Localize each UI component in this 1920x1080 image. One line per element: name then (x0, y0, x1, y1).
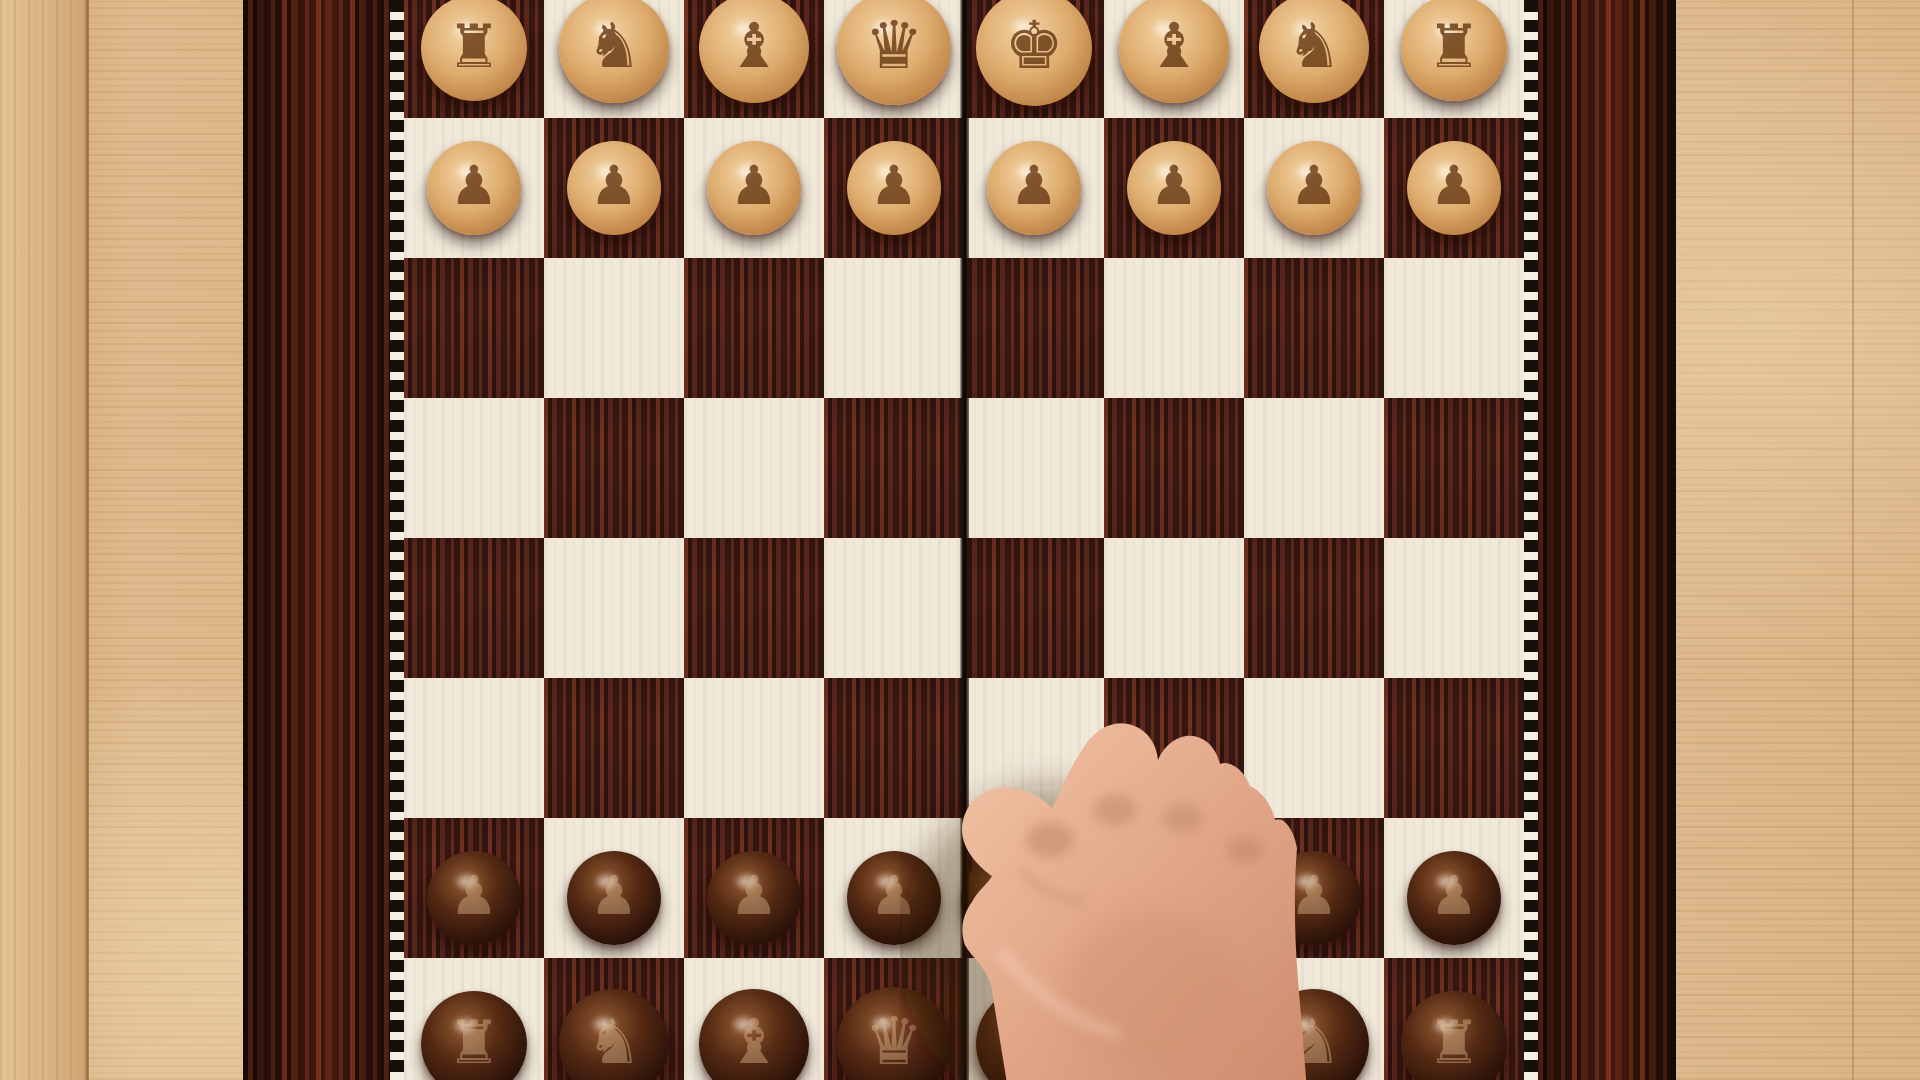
piece-black-pawn-a7[interactable]: ♟ (427, 851, 521, 945)
piece-white-bishop-c1[interactable]: ♝ (699, 0, 809, 103)
square-c4[interactable] (684, 398, 824, 538)
square-a4[interactable] (404, 398, 544, 538)
rook-glyph: ♜ (447, 1012, 501, 1072)
square-c1[interactable]: ♝ (684, 0, 824, 118)
piece-black-rook-h8[interactable]: ♜ (1401, 991, 1507, 1080)
square-a8[interactable]: ♜ (404, 958, 544, 1080)
square-h1[interactable]: ♜ (1384, 0, 1524, 118)
piece-white-king-e1[interactable]: ♚ (976, 0, 1092, 106)
square-g3[interactable] (1244, 258, 1384, 398)
square-h5[interactable] (1384, 538, 1524, 678)
piece-black-pawn-h7[interactable]: ♟ (1407, 851, 1501, 945)
piece-black-rook-a8[interactable]: ♜ (421, 991, 527, 1080)
square-b7[interactable]: ♟ (544, 818, 684, 958)
square-g5[interactable] (1244, 538, 1384, 678)
square-d1[interactable]: ♛ (824, 0, 964, 118)
piece-black-pawn-c7[interactable]: ♟ (707, 851, 801, 945)
square-d2[interactable]: ♟ (824, 118, 964, 258)
square-c7[interactable]: ♟ (684, 818, 824, 958)
piece-white-pawn-h2[interactable]: ♟ (1407, 141, 1501, 235)
piece-white-knight-g1[interactable]: ♞ (1259, 0, 1369, 103)
queen-glyph: ♛ (864, 13, 923, 79)
square-f5[interactable] (1104, 538, 1244, 678)
king-glyph: ♚ (1004, 13, 1063, 79)
piece-white-pawn-c2[interactable]: ♟ (707, 141, 801, 235)
square-h8[interactable]: ♜ (1384, 958, 1524, 1080)
square-h3[interactable] (1384, 258, 1524, 398)
piece-white-pawn-e2[interactable]: ♟ (987, 141, 1081, 235)
pawn-glyph: ♟ (590, 869, 638, 923)
pawn-glyph: ♟ (450, 159, 498, 213)
pawn-glyph: ♟ (730, 159, 778, 213)
square-g1[interactable]: ♞ (1244, 0, 1384, 118)
piece-black-bishop-c8[interactable]: ♝ (699, 989, 809, 1080)
knight-glyph: ♞ (1286, 15, 1342, 77)
square-b3[interactable] (544, 258, 684, 398)
piece-white-queen-d1[interactable]: ♛ (837, 0, 951, 105)
square-h4[interactable] (1384, 398, 1524, 538)
table-plank-seam (86, 0, 89, 1080)
square-g2[interactable]: ♟ (1244, 118, 1384, 258)
square-e3[interactable] (964, 258, 1104, 398)
piece-white-bishop-f1[interactable]: ♝ (1119, 0, 1229, 103)
rook-glyph: ♜ (1427, 1012, 1481, 1072)
pawn-glyph: ♟ (1430, 159, 1478, 213)
pawn-glyph: ♟ (1150, 159, 1198, 213)
board-border-left (248, 0, 390, 1080)
photo-chess-scene: { "game": "chess", "scene": { "descripti… (0, 0, 1920, 1080)
piece-white-pawn-b2[interactable]: ♟ (567, 141, 661, 235)
square-a6[interactable] (404, 678, 544, 818)
piece-white-rook-a1[interactable]: ♜ (421, 0, 527, 101)
square-a1[interactable]: ♜ (404, 0, 544, 118)
square-b4[interactable] (544, 398, 684, 538)
piece-white-pawn-a2[interactable]: ♟ (427, 141, 521, 235)
piece-black-knight-b8[interactable]: ♞ (559, 989, 669, 1080)
rook-glyph: ♜ (1427, 16, 1481, 76)
dashed-inlay-right (1524, 0, 1538, 1080)
square-e5[interactable] (964, 538, 1104, 678)
pawn-glyph: ♟ (730, 869, 778, 923)
bishop-glyph: ♝ (726, 15, 782, 77)
pawn-glyph: ♟ (1430, 869, 1478, 923)
square-f2[interactable]: ♟ (1104, 118, 1244, 258)
pawn-glyph: ♟ (1290, 159, 1338, 213)
board-right-edge (1670, 0, 1676, 1080)
dashed-inlay-left (390, 0, 404, 1080)
table-plank-left (0, 0, 88, 1080)
bishop-glyph: ♝ (1146, 15, 1202, 77)
square-b1[interactable]: ♞ (544, 0, 684, 118)
square-b6[interactable] (544, 678, 684, 818)
square-f3[interactable] (1104, 258, 1244, 398)
square-h7[interactable]: ♟ (1384, 818, 1524, 958)
square-d4[interactable] (824, 398, 964, 538)
pawn-glyph: ♟ (590, 159, 638, 213)
square-f4[interactable] (1104, 398, 1244, 538)
piece-white-pawn-f2[interactable]: ♟ (1127, 141, 1221, 235)
bishop-glyph: ♝ (726, 1011, 782, 1073)
square-b8[interactable]: ♞ (544, 958, 684, 1080)
square-f1[interactable]: ♝ (1104, 0, 1244, 118)
square-b2[interactable]: ♟ (544, 118, 684, 258)
piece-white-pawn-d2[interactable]: ♟ (847, 141, 941, 235)
square-a3[interactable] (404, 258, 544, 398)
board-border-right (1538, 0, 1670, 1080)
square-a5[interactable] (404, 538, 544, 678)
square-c6[interactable] (684, 678, 824, 818)
square-g4[interactable] (1244, 398, 1384, 538)
rook-glyph: ♜ (447, 16, 501, 76)
square-c2[interactable]: ♟ (684, 118, 824, 258)
knight-glyph: ♞ (586, 1011, 642, 1073)
piece-white-rook-h1[interactable]: ♜ (1401, 0, 1507, 101)
square-d3[interactable] (824, 258, 964, 398)
square-e4[interactable] (964, 398, 1104, 538)
knight-glyph: ♞ (586, 15, 642, 77)
piece-white-knight-b1[interactable]: ♞ (559, 0, 669, 103)
pawn-glyph: ♟ (1010, 159, 1058, 213)
table-plank-seam (1852, 0, 1854, 1080)
piece-white-pawn-g2[interactable]: ♟ (1267, 141, 1361, 235)
square-e2[interactable]: ♟ (964, 118, 1104, 258)
square-e1[interactable]: ♚ (964, 0, 1104, 118)
square-b5[interactable] (544, 538, 684, 678)
square-c8[interactable]: ♝ (684, 958, 824, 1080)
pawn-glyph: ♟ (450, 869, 498, 923)
square-a2[interactable]: ♟ (404, 118, 544, 258)
square-a7[interactable]: ♟ (404, 818, 544, 958)
pawn-glyph: ♟ (870, 159, 918, 213)
player-hand (900, 690, 1360, 1080)
square-h6[interactable] (1384, 678, 1524, 818)
square-d5[interactable] (824, 538, 964, 678)
square-h2[interactable]: ♟ (1384, 118, 1524, 258)
square-c3[interactable] (684, 258, 824, 398)
piece-black-pawn-b7[interactable]: ♟ (567, 851, 661, 945)
square-c5[interactable] (684, 538, 824, 678)
